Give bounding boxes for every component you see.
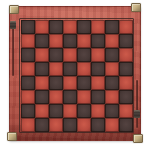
square-g6[interactable] bbox=[105, 48, 119, 62]
square-e8[interactable] bbox=[77, 20, 91, 34]
square-h1[interactable] bbox=[119, 118, 133, 132]
square-c2[interactable] bbox=[49, 104, 63, 118]
square-g1[interactable] bbox=[105, 118, 119, 132]
square-b4[interactable] bbox=[35, 76, 49, 90]
square-c5[interactable] bbox=[49, 62, 63, 76]
square-e7[interactable] bbox=[77, 34, 91, 48]
square-d4[interactable] bbox=[63, 76, 77, 90]
square-c7[interactable] bbox=[49, 34, 63, 48]
square-f2[interactable] bbox=[91, 104, 105, 118]
square-f1[interactable] bbox=[91, 118, 105, 132]
square-c4[interactable] bbox=[49, 76, 63, 90]
square-a3[interactable] bbox=[21, 90, 35, 104]
square-e6[interactable] bbox=[77, 48, 91, 62]
square-e1[interactable] bbox=[77, 118, 91, 132]
square-h5[interactable] bbox=[119, 62, 133, 76]
square-d6[interactable] bbox=[63, 48, 77, 62]
left-brass-clasp bbox=[10, 21, 16, 29]
photo-background bbox=[0, 0, 150, 150]
square-c3[interactable] bbox=[49, 90, 63, 104]
square-f6[interactable] bbox=[91, 48, 105, 62]
square-e5[interactable] bbox=[77, 62, 91, 76]
right-brass-clasp bbox=[134, 110, 140, 118]
square-g5[interactable] bbox=[105, 62, 119, 76]
right-fold-seam bbox=[136, 80, 138, 128]
square-a1[interactable] bbox=[21, 118, 35, 132]
square-a2[interactable] bbox=[21, 104, 35, 118]
square-f3[interactable] bbox=[91, 90, 105, 104]
left-fold-seam bbox=[12, 28, 14, 76]
brass-corner-bottom-left bbox=[7, 132, 17, 141]
square-g3[interactable] bbox=[105, 90, 119, 104]
square-a7[interactable] bbox=[21, 34, 35, 48]
square-d5[interactable] bbox=[63, 62, 77, 76]
square-b2[interactable] bbox=[35, 104, 49, 118]
board-grid bbox=[21, 20, 133, 132]
square-a8[interactable] bbox=[21, 20, 35, 34]
brass-corner-bottom-right bbox=[133, 134, 143, 143]
square-e3[interactable] bbox=[77, 90, 91, 104]
square-c1[interactable] bbox=[49, 118, 63, 132]
square-c6[interactable] bbox=[49, 48, 63, 62]
square-f4[interactable] bbox=[91, 76, 105, 90]
square-d1[interactable] bbox=[63, 118, 77, 132]
brass-corner-top-left bbox=[9, 5, 19, 14]
square-b3[interactable] bbox=[35, 90, 49, 104]
square-f5[interactable] bbox=[91, 62, 105, 76]
square-d3[interactable] bbox=[63, 90, 77, 104]
square-f7[interactable] bbox=[91, 34, 105, 48]
square-b5[interactable] bbox=[35, 62, 49, 76]
square-b1[interactable] bbox=[35, 118, 49, 132]
square-g2[interactable] bbox=[105, 104, 119, 118]
square-h8[interactable] bbox=[119, 20, 133, 34]
square-h2[interactable] bbox=[119, 104, 133, 118]
square-a6[interactable] bbox=[21, 48, 35, 62]
square-a4[interactable] bbox=[21, 76, 35, 90]
square-h3[interactable] bbox=[119, 90, 133, 104]
square-d7[interactable] bbox=[63, 34, 77, 48]
checkerboard bbox=[9, 6, 141, 141]
square-c8[interactable] bbox=[49, 20, 63, 34]
square-b8[interactable] bbox=[35, 20, 49, 34]
square-f8[interactable] bbox=[91, 20, 105, 34]
square-h4[interactable] bbox=[119, 76, 133, 90]
square-a5[interactable] bbox=[21, 62, 35, 76]
square-h6[interactable] bbox=[119, 48, 133, 62]
square-e4[interactable] bbox=[77, 76, 91, 90]
square-g4[interactable] bbox=[105, 76, 119, 90]
square-b6[interactable] bbox=[35, 48, 49, 62]
square-g7[interactable] bbox=[105, 34, 119, 48]
brass-corner-top-right bbox=[131, 3, 141, 12]
square-d8[interactable] bbox=[63, 20, 77, 34]
square-h7[interactable] bbox=[119, 34, 133, 48]
square-b7[interactable] bbox=[35, 34, 49, 48]
square-g8[interactable] bbox=[105, 20, 119, 34]
square-e2[interactable] bbox=[77, 104, 91, 118]
square-d2[interactable] bbox=[63, 104, 77, 118]
